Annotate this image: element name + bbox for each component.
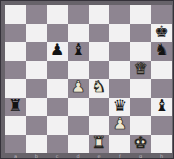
chess-board: ♚♟♝♞♛♟♞♜♛♝♟♜♚ xyxy=(5,5,172,153)
square-g5[interactable]: ♛ xyxy=(130,61,151,80)
square-h1[interactable] xyxy=(151,135,172,154)
square-a4[interactable] xyxy=(5,79,26,98)
piece-black-king[interactable]: ♚ xyxy=(154,24,168,40)
piece-white-pawn[interactable]: ♟ xyxy=(113,116,127,132)
square-b2[interactable] xyxy=(26,116,47,135)
square-b1[interactable] xyxy=(26,135,47,154)
square-c3[interactable] xyxy=(47,98,68,117)
square-a5[interactable] xyxy=(5,61,26,80)
square-h3[interactable]: ♝ xyxy=(151,98,172,117)
file-label-h: h xyxy=(151,152,172,159)
file-label-g: g xyxy=(130,152,151,159)
square-d4[interactable]: ♟ xyxy=(68,79,89,98)
square-a8[interactable] xyxy=(5,5,26,24)
square-f1[interactable] xyxy=(109,135,130,154)
square-g6[interactable] xyxy=(130,42,151,61)
square-e8[interactable] xyxy=(89,5,110,24)
piece-white-rook[interactable]: ♜ xyxy=(92,135,106,151)
square-b8[interactable] xyxy=(26,5,47,24)
square-f3[interactable]: ♛ xyxy=(109,98,130,117)
file-label-f: f xyxy=(109,152,130,159)
piece-black-bishop[interactable]: ♝ xyxy=(71,42,85,58)
file-label-d: d xyxy=(68,152,89,159)
square-e6[interactable] xyxy=(89,42,110,61)
piece-white-queen[interactable]: ♛ xyxy=(134,61,148,77)
square-d2[interactable] xyxy=(68,116,89,135)
piece-white-pawn[interactable]: ♟ xyxy=(71,79,85,95)
square-g1[interactable]: ♚ xyxy=(130,135,151,154)
piece-black-bishop[interactable]: ♝ xyxy=(154,98,168,114)
square-g7[interactable] xyxy=(130,24,151,43)
piece-white-knight[interactable]: ♞ xyxy=(92,79,106,95)
piece-white-king[interactable]: ♚ xyxy=(134,135,148,151)
square-f6[interactable] xyxy=(109,42,130,61)
square-e2[interactable] xyxy=(89,116,110,135)
square-c4[interactable] xyxy=(47,79,68,98)
square-f4[interactable] xyxy=(109,79,130,98)
square-a6[interactable] xyxy=(5,42,26,61)
square-f8[interactable] xyxy=(109,5,130,24)
chess-diagram: ♚♟♝♞♛♟♞♜♛♝♟♜♚ abcdefgh xyxy=(0,0,174,159)
square-b5[interactable] xyxy=(26,61,47,80)
square-e7[interactable] xyxy=(89,24,110,43)
file-label-b: b xyxy=(26,152,47,159)
square-g2[interactable] xyxy=(130,116,151,135)
square-g3[interactable] xyxy=(130,98,151,117)
piece-black-rook[interactable]: ♜ xyxy=(8,98,22,114)
square-f2[interactable]: ♟ xyxy=(109,116,130,135)
square-g8[interactable] xyxy=(130,5,151,24)
file-labels: abcdefgh xyxy=(5,152,172,159)
square-h6[interactable]: ♞ xyxy=(151,42,172,61)
square-c1[interactable] xyxy=(47,135,68,154)
piece-black-knight[interactable]: ♞ xyxy=(154,42,168,58)
square-h7[interactable]: ♚ xyxy=(151,24,172,43)
square-b6[interactable] xyxy=(26,42,47,61)
square-c6[interactable]: ♟ xyxy=(47,42,68,61)
file-label-a: a xyxy=(5,152,26,159)
piece-black-pawn[interactable]: ♟ xyxy=(50,42,64,58)
square-b7[interactable] xyxy=(26,24,47,43)
square-e5[interactable] xyxy=(89,61,110,80)
square-e3[interactable] xyxy=(89,98,110,117)
square-c2[interactable] xyxy=(47,116,68,135)
square-a3[interactable]: ♜ xyxy=(5,98,26,117)
square-e1[interactable]: ♜ xyxy=(89,135,110,154)
square-c8[interactable] xyxy=(47,5,68,24)
file-label-c: c xyxy=(47,152,68,159)
square-c5[interactable] xyxy=(47,61,68,80)
square-a7[interactable] xyxy=(5,24,26,43)
square-c7[interactable] xyxy=(47,24,68,43)
square-d3[interactable] xyxy=(68,98,89,117)
square-h2[interactable] xyxy=(151,116,172,135)
square-a1[interactable] xyxy=(5,135,26,154)
file-label-e: e xyxy=(89,152,110,159)
square-h4[interactable] xyxy=(151,79,172,98)
square-g4[interactable] xyxy=(130,79,151,98)
square-h5[interactable] xyxy=(151,61,172,80)
square-b3[interactable] xyxy=(26,98,47,117)
square-d5[interactable] xyxy=(68,61,89,80)
square-d1[interactable] xyxy=(68,135,89,154)
square-h8[interactable] xyxy=(151,5,172,24)
square-f7[interactable] xyxy=(109,24,130,43)
square-f5[interactable] xyxy=(109,61,130,80)
square-d6[interactable]: ♝ xyxy=(68,42,89,61)
square-d7[interactable] xyxy=(68,24,89,43)
square-d8[interactable] xyxy=(68,5,89,24)
square-b4[interactable] xyxy=(26,79,47,98)
square-e4[interactable]: ♞ xyxy=(89,79,110,98)
piece-black-queen[interactable]: ♛ xyxy=(113,98,127,114)
square-a2[interactable] xyxy=(5,116,26,135)
